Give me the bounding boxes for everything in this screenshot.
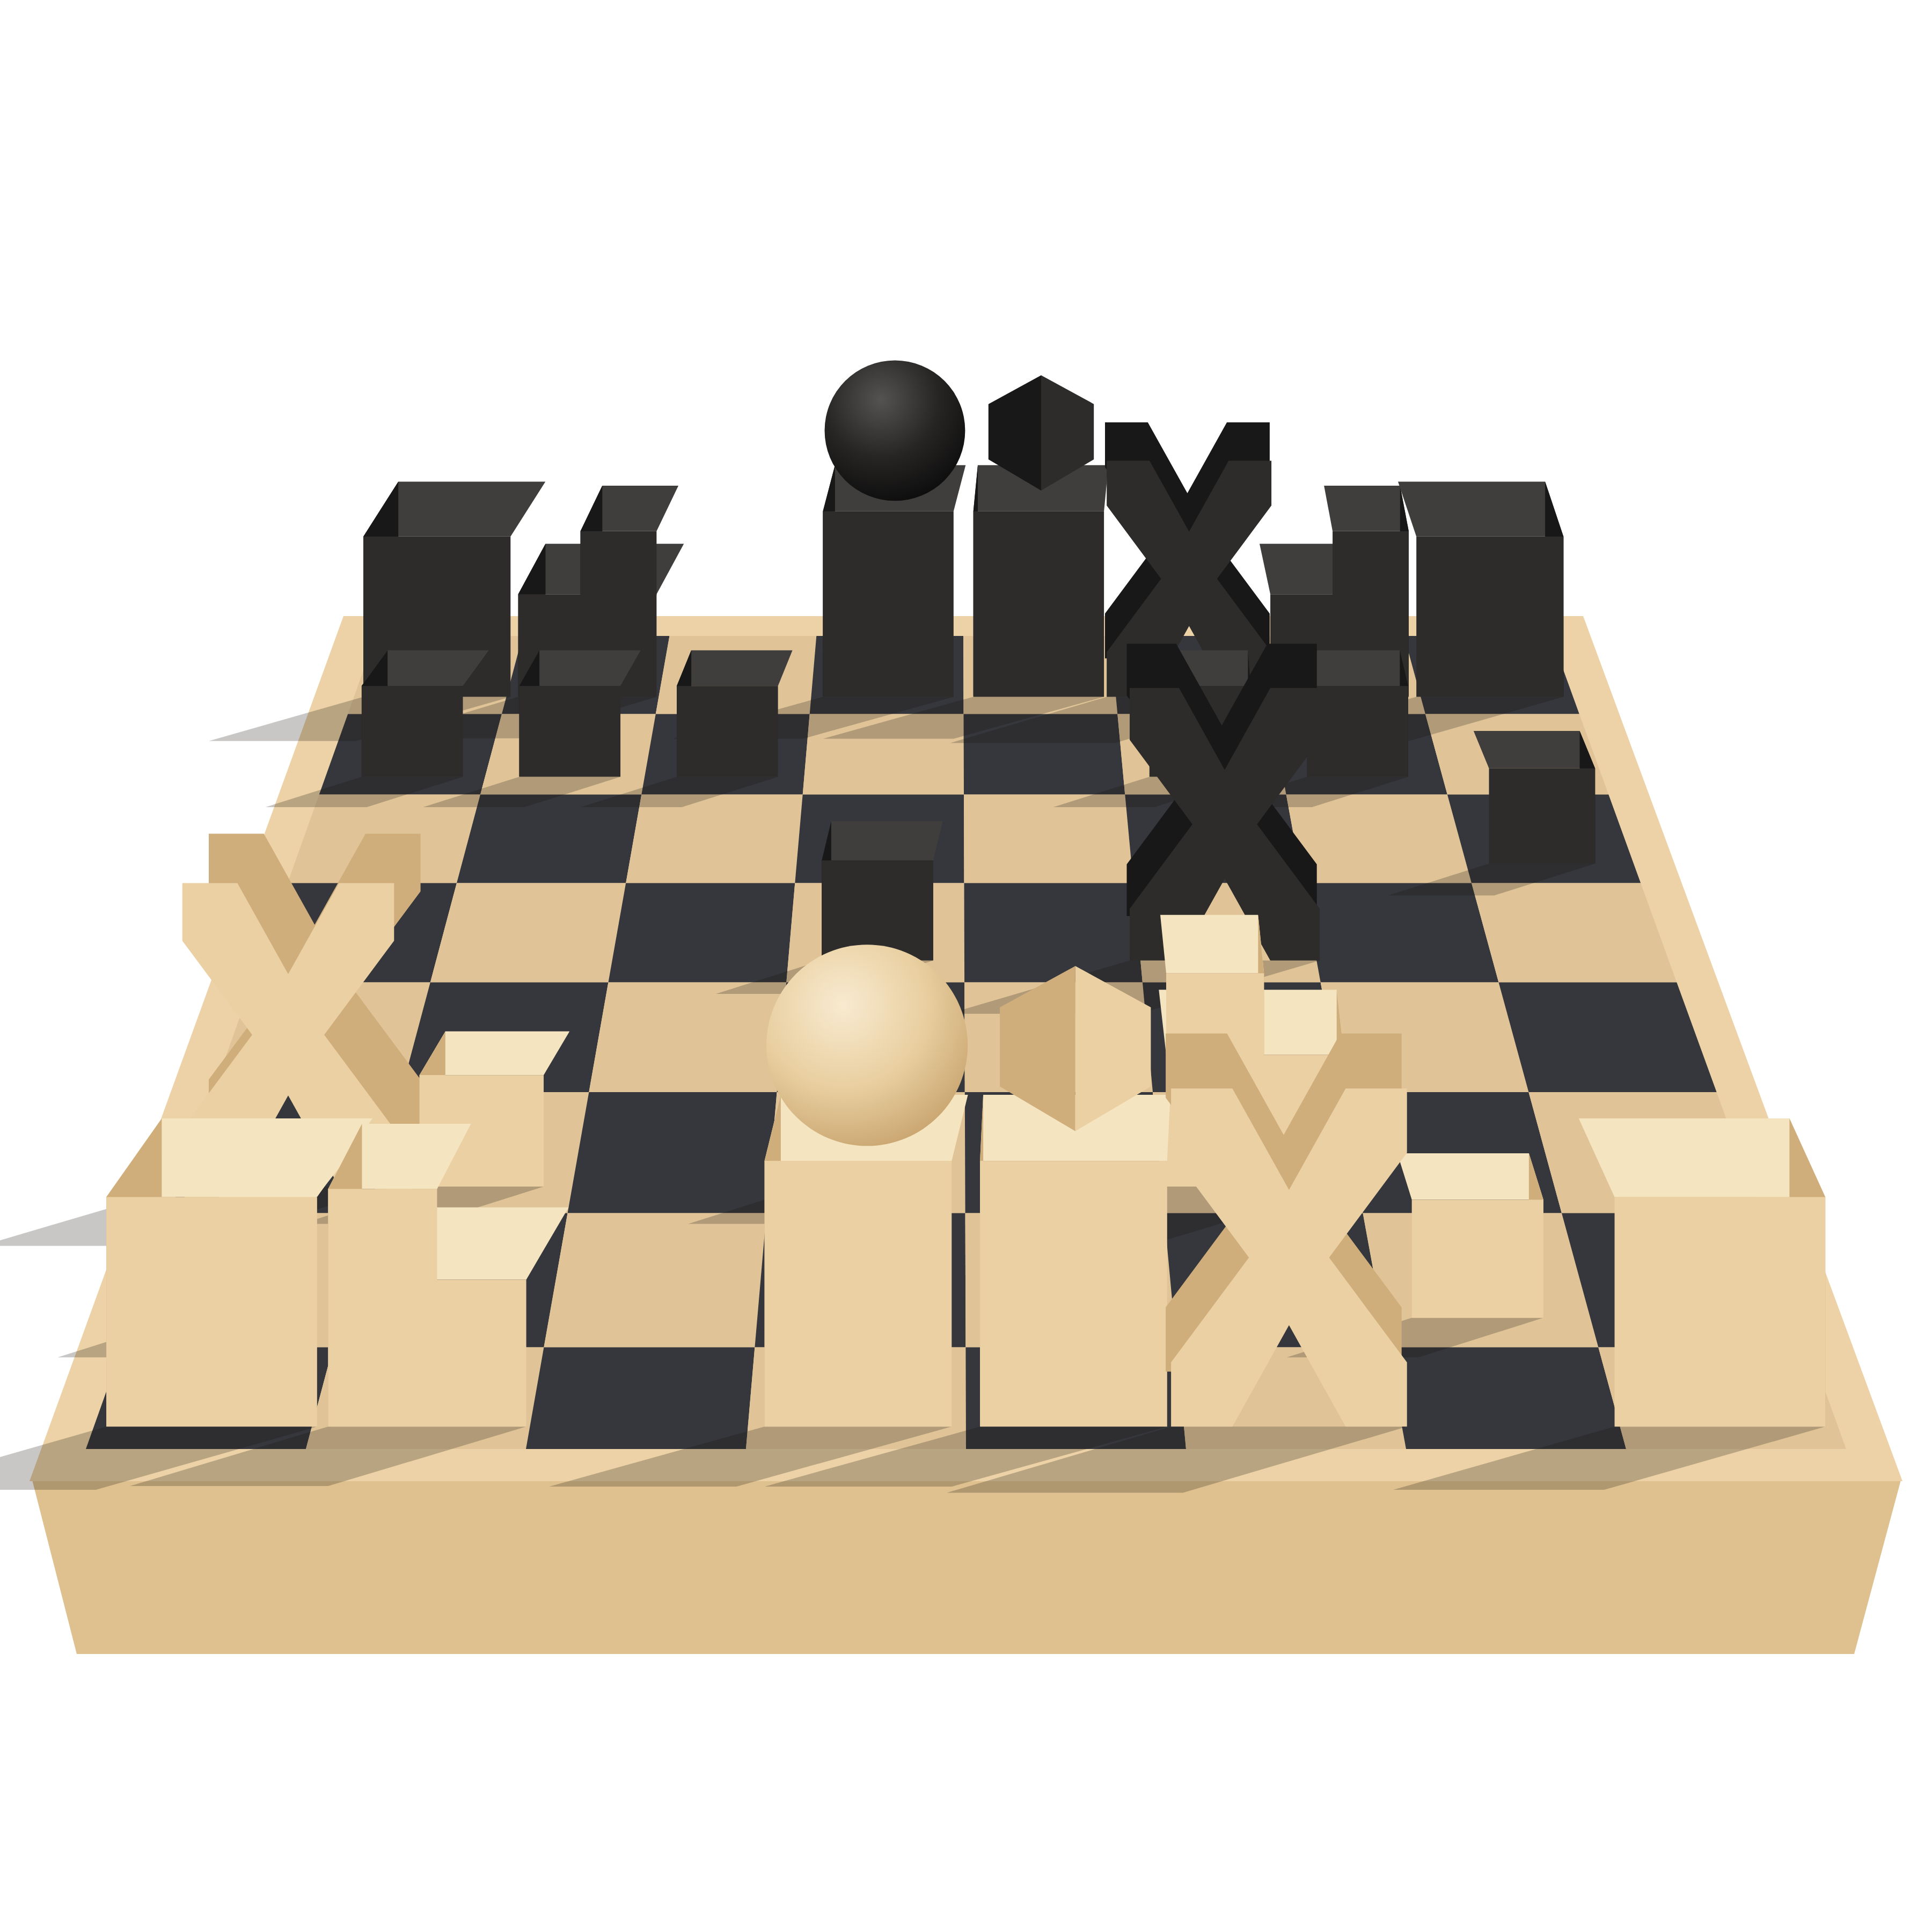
square-c3[interactable] xyxy=(568,1092,777,1213)
board-base-front xyxy=(32,1480,1901,1654)
square-e6[interactable] xyxy=(964,794,1133,883)
square-h5[interactable] xyxy=(1472,883,1677,983)
square-c4[interactable] xyxy=(589,982,786,1092)
square-c5[interactable] xyxy=(609,883,795,983)
square-c2[interactable] xyxy=(544,1213,766,1348)
chess-board-render xyxy=(0,0,1932,1932)
square-g5[interactable] xyxy=(1302,883,1499,983)
chess-scene xyxy=(0,0,1932,1932)
square-b6[interactable] xyxy=(457,794,641,883)
square-c1[interactable] xyxy=(526,1348,755,1449)
square-b5[interactable] xyxy=(430,883,626,983)
square-c6[interactable] xyxy=(626,794,803,883)
